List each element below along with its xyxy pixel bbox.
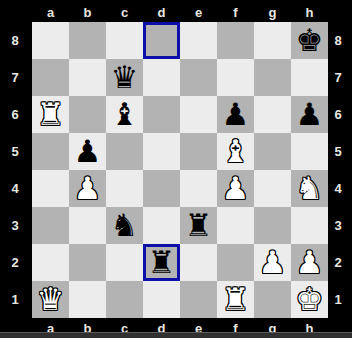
square-a2[interactable] [32, 244, 69, 281]
white-king-h1: ♚ [296, 281, 324, 318]
square-a4[interactable] [32, 170, 69, 207]
white-rook-a6: ♜ [37, 96, 65, 133]
square-c1[interactable] [106, 281, 143, 318]
square-e4[interactable] [180, 170, 217, 207]
square-c5[interactable] [106, 133, 143, 170]
square-e2[interactable] [180, 244, 217, 281]
square-a6[interactable]: ♜ [32, 96, 69, 133]
black-bishop-c6: ♝ [111, 96, 139, 133]
white-knight-h4: ♞ [296, 170, 324, 207]
square-c2[interactable] [106, 244, 143, 281]
rank-label-left-6: 6 [0, 96, 30, 133]
black-king-h8: ♚ [296, 22, 324, 59]
square-g1[interactable] [254, 281, 291, 318]
square-f4[interactable]: ♟ [217, 170, 254, 207]
square-b5[interactable]: ♟ [69, 133, 106, 170]
file-label-top-d: d [143, 3, 180, 21]
white-rook-f1: ♜ [222, 281, 250, 318]
square-b7[interactable] [69, 59, 106, 96]
rank-label-right-3: 3 [326, 207, 350, 244]
square-e3[interactable]: ♜ [180, 207, 217, 244]
chess-app-window: abcdefgh 87654321 ♚♛♜♝♟♟♟♝♟♟♞♞♜♜♟♟♛♜♚ 87… [0, 0, 352, 338]
file-label-top-a: a [32, 3, 69, 21]
square-f3[interactable] [217, 207, 254, 244]
square-c3[interactable]: ♞ [106, 207, 143, 244]
square-g2[interactable]: ♟ [254, 244, 291, 281]
white-pawn-h2: ♟ [296, 244, 324, 281]
square-e6[interactable] [180, 96, 217, 133]
square-b2[interactable] [69, 244, 106, 281]
square-g3[interactable] [254, 207, 291, 244]
file-label-top-h: h [291, 3, 328, 21]
square-f7[interactable] [217, 59, 254, 96]
square-e1[interactable] [180, 281, 217, 318]
file-labels-top: abcdefgh [32, 3, 328, 21]
white-pawn-g2: ♟ [259, 244, 287, 281]
square-f6[interactable]: ♟ [217, 96, 254, 133]
square-d6[interactable] [143, 96, 180, 133]
square-f8[interactable] [217, 22, 254, 59]
white-pawn-b4: ♟ [74, 170, 102, 207]
black-knight-c3: ♞ [111, 207, 139, 244]
white-pawn-f4: ♟ [222, 170, 250, 207]
black-rook-e3: ♜ [185, 207, 213, 244]
square-d3[interactable] [143, 207, 180, 244]
black-pawn-b5: ♟ [74, 133, 102, 170]
square-h8[interactable]: ♚ [291, 22, 328, 59]
rank-label-right-5: 5 [326, 133, 350, 170]
rank-labels-left: 87654321 [0, 22, 30, 318]
rank-label-right-1: 1 [326, 281, 350, 318]
square-c4[interactable] [106, 170, 143, 207]
square-b4[interactable]: ♟ [69, 170, 106, 207]
window-bottom-edge [0, 332, 352, 338]
square-f2[interactable] [217, 244, 254, 281]
file-label-top-c: c [106, 3, 143, 21]
square-d1[interactable] [143, 281, 180, 318]
file-label-top-b: b [69, 3, 106, 21]
rank-label-left-7: 7 [0, 59, 30, 96]
rank-label-left-5: 5 [0, 133, 30, 170]
black-queen-c7: ♛ [111, 59, 139, 96]
file-label-top-f: f [217, 3, 254, 21]
square-d5[interactable] [143, 133, 180, 170]
file-label-top-e: e [180, 3, 217, 21]
square-f1[interactable]: ♜ [217, 281, 254, 318]
square-g5[interactable] [254, 133, 291, 170]
square-b6[interactable] [69, 96, 106, 133]
square-h3[interactable] [291, 207, 328, 244]
square-b3[interactable] [69, 207, 106, 244]
square-d2[interactable]: ♜ [143, 244, 180, 281]
square-b8[interactable] [69, 22, 106, 59]
black-rook-d2: ♜ [148, 244, 176, 281]
square-c8[interactable] [106, 22, 143, 59]
square-a1[interactable]: ♛ [32, 281, 69, 318]
rank-label-left-4: 4 [0, 170, 30, 207]
square-h2[interactable]: ♟ [291, 244, 328, 281]
rank-label-left-3: 3 [0, 207, 30, 244]
square-a3[interactable] [32, 207, 69, 244]
rank-label-left-2: 2 [0, 244, 30, 281]
rank-label-right-2: 2 [326, 244, 350, 281]
rank-label-right-8: 8 [326, 22, 350, 59]
rank-label-right-7: 7 [326, 59, 350, 96]
chess-board: ♚♛♜♝♟♟♟♝♟♟♞♞♜♜♟♟♛♜♚ [32, 22, 328, 318]
square-e7[interactable] [180, 59, 217, 96]
square-g4[interactable] [254, 170, 291, 207]
square-c6[interactable]: ♝ [106, 96, 143, 133]
rank-label-right-4: 4 [326, 170, 350, 207]
square-h5[interactable] [291, 133, 328, 170]
square-b1[interactable] [69, 281, 106, 318]
rank-label-left-8: 8 [0, 22, 30, 59]
white-bishop-f5: ♝ [222, 133, 250, 170]
black-pawn-f6: ♟ [222, 96, 250, 133]
square-a7[interactable] [32, 59, 69, 96]
square-h4[interactable]: ♞ [291, 170, 328, 207]
square-d8[interactable] [143, 22, 180, 59]
file-label-top-g: g [254, 3, 291, 21]
rank-labels-right: 87654321 [326, 22, 350, 318]
rank-label-right-6: 6 [326, 96, 350, 133]
square-h6[interactable]: ♟ [291, 96, 328, 133]
square-d7[interactable] [143, 59, 180, 96]
square-h7[interactable] [291, 59, 328, 96]
black-pawn-h6: ♟ [296, 96, 324, 133]
square-a8[interactable] [32, 22, 69, 59]
square-h1[interactable]: ♚ [291, 281, 328, 318]
square-c7[interactable]: ♛ [106, 59, 143, 96]
square-d4[interactable] [143, 170, 180, 207]
white-queen-a1: ♛ [37, 281, 65, 318]
square-g7[interactable] [254, 59, 291, 96]
square-g6[interactable] [254, 96, 291, 133]
square-f5[interactable]: ♝ [217, 133, 254, 170]
square-a5[interactable] [32, 133, 69, 170]
square-e8[interactable] [180, 22, 217, 59]
square-e5[interactable] [180, 133, 217, 170]
square-g8[interactable] [254, 22, 291, 59]
rank-label-left-1: 1 [0, 281, 30, 318]
